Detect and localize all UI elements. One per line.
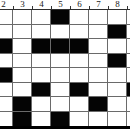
white-cell-r5c8[interactable] <box>108 68 127 83</box>
white-cell-r8c7[interactable] <box>89 112 108 127</box>
white-cell-r8c9[interactable] <box>127 112 130 127</box>
white-cell-r1c3[interactable] <box>13 10 32 25</box>
white-cell-r1c4[interactable] <box>32 10 51 25</box>
white-cell-r2c5[interactable] <box>51 25 70 40</box>
column-label-5: 5 <box>58 0 63 9</box>
black-cell-r6c9 <box>127 83 130 98</box>
black-cell-r3c2 <box>0 39 13 54</box>
white-cell-r1c2[interactable] <box>0 10 13 25</box>
white-cell-r8c6[interactable] <box>70 112 89 127</box>
white-cell-r3c3[interactable] <box>13 39 32 54</box>
white-cell-r1c7[interactable] <box>89 10 108 25</box>
white-cell-r1c6[interactable] <box>70 10 89 25</box>
white-cell-r6c3[interactable] <box>13 83 32 98</box>
column-label-2: 2 <box>1 0 6 9</box>
white-cell-r6c5[interactable] <box>51 83 70 98</box>
white-cell-r3c9[interactable] <box>127 39 130 54</box>
white-cell-r5c3[interactable] <box>13 68 32 83</box>
white-cell-r4c4[interactable] <box>32 54 51 69</box>
white-cell-r5c7[interactable] <box>89 68 108 83</box>
white-cell-r2c4[interactable] <box>32 25 51 40</box>
black-cell-r6c4 <box>32 83 51 98</box>
white-cell-r6c2[interactable] <box>0 83 13 98</box>
black-cell-r8c3 <box>13 112 32 127</box>
white-cell-r1c9[interactable] <box>127 10 130 25</box>
white-cell-r7c9[interactable] <box>127 97 130 112</box>
black-cell-r5c2 <box>0 68 13 83</box>
white-cell-r6c8[interactable] <box>108 83 127 98</box>
white-cell-r3c7[interactable] <box>89 39 108 54</box>
white-cell-r7c6[interactable] <box>70 97 89 112</box>
white-cell-r2c9[interactable] <box>127 25 130 40</box>
white-cell-r2c7[interactable] <box>89 25 108 40</box>
white-cell-r4c3[interactable] <box>13 54 32 69</box>
white-cell-r7c4[interactable] <box>32 97 51 112</box>
white-cell-r4c5[interactable] <box>51 54 70 69</box>
column-label-4: 4 <box>39 0 44 9</box>
white-cell-r8c2[interactable] <box>0 112 13 127</box>
black-cell-r3c4 <box>32 39 51 54</box>
white-cell-r4c9[interactable] <box>127 54 130 69</box>
column-labels: 2345678 <box>0 0 130 9</box>
white-cell-r4c6[interactable] <box>70 54 89 69</box>
white-cell-r8c4[interactable] <box>32 112 51 127</box>
column-label-7: 7 <box>96 0 101 9</box>
black-cell-r3c6 <box>70 39 89 54</box>
column-label-6: 6 <box>77 0 82 9</box>
white-cell-r1c8[interactable] <box>108 10 127 25</box>
white-cell-r3c8[interactable] <box>108 39 127 54</box>
white-cell-r5c4[interactable] <box>32 68 51 83</box>
white-cell-r7c5[interactable] <box>51 97 70 112</box>
white-cell-r2c6[interactable] <box>70 25 89 40</box>
column-label-3: 3 <box>20 0 25 9</box>
white-cell-r8c8[interactable] <box>108 112 127 127</box>
white-cell-r5c6[interactable] <box>70 68 89 83</box>
black-cell-r2c8 <box>108 25 127 40</box>
black-cell-r3c5 <box>51 39 70 54</box>
black-cell-r6c6 <box>70 83 89 98</box>
white-cell-r6c7[interactable] <box>89 83 108 98</box>
column-label-8: 8 <box>115 0 120 9</box>
black-cell-r4c8 <box>108 54 127 69</box>
white-cell-r2c2[interactable] <box>0 25 13 40</box>
black-cell-r7c7 <box>89 97 108 112</box>
white-cell-r5c5[interactable] <box>51 68 70 83</box>
crossword-grid <box>0 9 130 129</box>
white-cell-r2c3[interactable] <box>13 25 32 40</box>
white-cell-r7c2[interactable] <box>0 97 13 112</box>
crossword-diagram: 2345678 <box>0 0 130 130</box>
black-cell-r8c5 <box>51 112 70 127</box>
white-cell-r4c7[interactable] <box>89 54 108 69</box>
black-cell-r1c5 <box>51 10 70 25</box>
white-cell-r4c2[interactable] <box>0 54 13 69</box>
white-cell-r5c9[interactable] <box>127 68 130 83</box>
white-cell-r7c8[interactable] <box>108 97 127 112</box>
black-cell-r7c3 <box>13 97 32 112</box>
